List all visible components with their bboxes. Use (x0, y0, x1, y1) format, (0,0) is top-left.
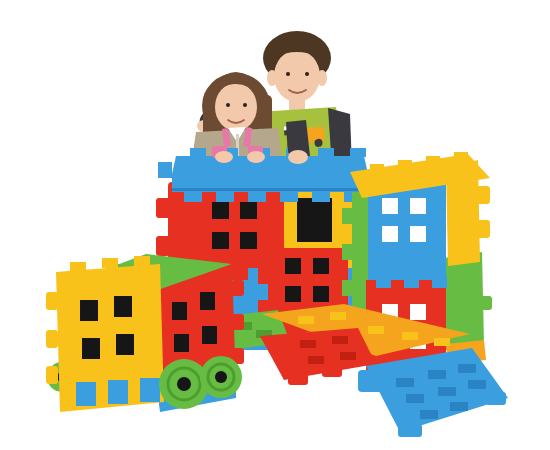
boy-eye-left (286, 72, 290, 76)
wagon-center-wheel-hub (177, 377, 191, 391)
boy-neck (289, 98, 305, 110)
blue-roof-left-tab (158, 162, 172, 178)
girl-hand-left (215, 151, 233, 163)
boy-face (274, 50, 320, 102)
girl-hand-right (247, 151, 265, 163)
yellow-panel-window (297, 198, 332, 242)
boy-hand-on-roof (288, 150, 308, 164)
scene-canvas (0, 0, 550, 450)
yellow-corner-column (446, 160, 480, 266)
wagon-right-wheel (200, 356, 242, 398)
wagon-right-wheel-hub (215, 371, 227, 383)
boy-eye-right (305, 72, 309, 76)
girl-eye-right (243, 103, 247, 107)
blue-red-interlock-tabs (376, 276, 447, 288)
blue-waffle-panel-right (368, 184, 446, 282)
wagon-blue-base-squares (76, 378, 160, 406)
wagon (46, 254, 244, 412)
blue-roof-top-surface (172, 156, 368, 174)
girl-eye-left (226, 103, 230, 107)
wagon-yellow-side-tabs (46, 292, 58, 384)
wagon-red-panel-side-tabs (232, 280, 244, 364)
blue-roof-shadow-line (172, 188, 368, 191)
product-photo (0, 0, 550, 450)
